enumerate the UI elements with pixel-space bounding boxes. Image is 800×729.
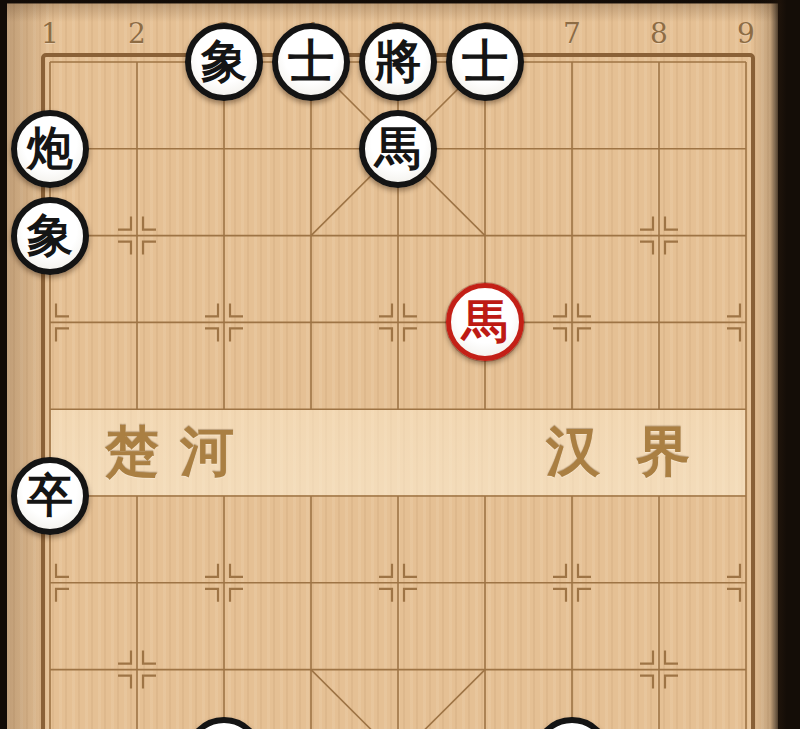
piece-character: 象 — [201, 38, 247, 84]
piece-black-elephant-b[interactable]: 象 — [11, 197, 89, 275]
piece-black-horse[interactable]: 馬 — [359, 110, 437, 188]
piece-cutoff-piece-a[interactable] — [185, 717, 263, 729]
piece-character: 將 — [375, 38, 421, 84]
board-cell-f4r1: 士 — [268, 19, 355, 106]
piece-character: 士 — [462, 38, 508, 84]
board-cell-f6r1: 士 — [442, 19, 529, 106]
xiangqi-app-screen: 123456789 楚河汉界 象士將士炮馬象馬卒 — [0, 0, 800, 729]
piece-black-elephant-a[interactable]: 象 — [185, 23, 263, 101]
piece-character: 馬 — [462, 298, 508, 344]
piece-character: 炮 — [27, 125, 73, 171]
board-cell-f1r3: 象 — [7, 192, 94, 279]
left-bezel — [0, 0, 7, 729]
piece-character: 士 — [288, 38, 334, 84]
board-cell-f7r9 — [529, 713, 616, 729]
piece-character: 馬 — [375, 125, 421, 171]
board-cell-f1r2: 炮 — [7, 105, 94, 192]
piece-black-cannon[interactable]: 炮 — [11, 110, 89, 188]
board-cell-f5r2: 馬 — [355, 105, 442, 192]
board-cell-f3r1: 象 — [181, 19, 268, 106]
piece-character: 象 — [27, 212, 73, 258]
board-cell-f6r4: 馬 — [442, 279, 529, 366]
board-cell-f3r9 — [181, 713, 268, 729]
piece-black-advisor-a[interactable]: 士 — [272, 23, 350, 101]
piece-character: 卒 — [27, 472, 73, 518]
piece-black-advisor-b[interactable]: 士 — [446, 23, 524, 101]
piece-black-general[interactable]: 將 — [359, 23, 437, 101]
board-cell-f5r1: 將 — [355, 19, 442, 106]
piece-red-horse[interactable]: 馬 — [446, 283, 524, 361]
piece-cutoff-piece-b[interactable] — [533, 717, 611, 729]
top-edge-shading — [0, 0, 800, 22]
right-edge-shading — [752, 0, 800, 729]
piece-grid: 象士將士炮馬象馬卒 — [7, 19, 790, 729]
board-cell-f1r6: 卒 — [7, 453, 94, 540]
piece-black-soldier[interactable]: 卒 — [11, 457, 89, 535]
